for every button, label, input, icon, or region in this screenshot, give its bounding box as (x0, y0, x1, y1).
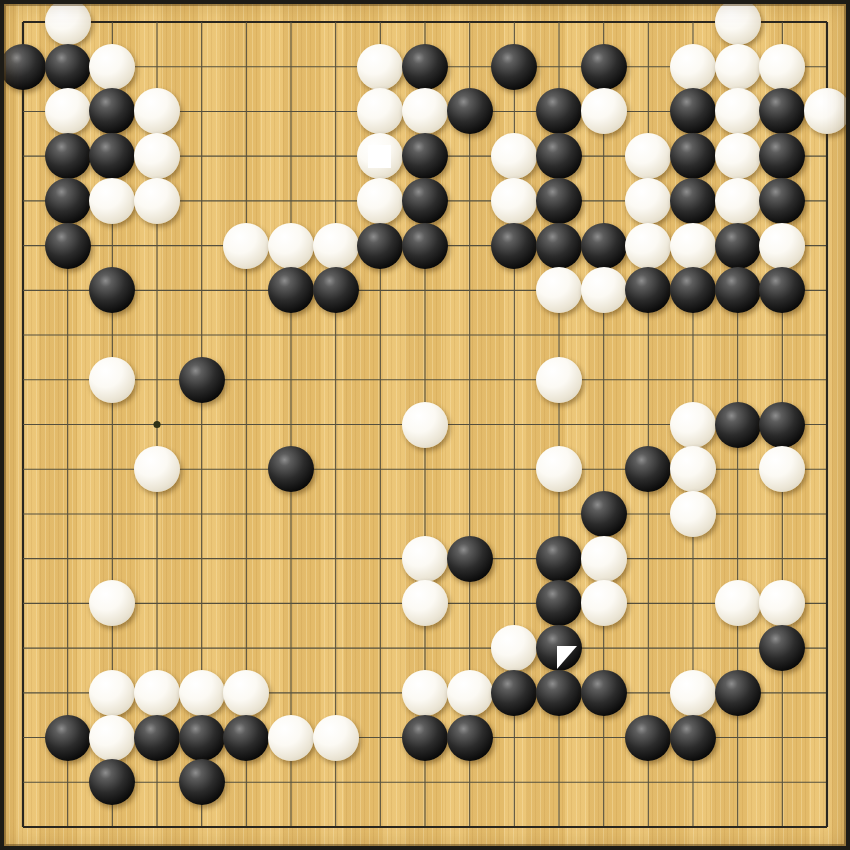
white-stone[interactable] (134, 133, 180, 179)
white-stone[interactable] (45, 88, 91, 134)
white-stone[interactable] (536, 357, 582, 403)
black-stone[interactable] (179, 357, 225, 403)
black-stone[interactable] (402, 133, 448, 179)
black-stone[interactable] (581, 670, 627, 716)
black-stone[interactable] (45, 223, 91, 269)
black-stone[interactable] (715, 670, 761, 716)
black-stone[interactable] (491, 223, 537, 269)
white-stone[interactable] (268, 715, 314, 761)
white-stone[interactable] (759, 44, 805, 90)
black-stone[interactable] (268, 267, 314, 313)
white-stone[interactable] (89, 44, 135, 90)
white-stone[interactable] (670, 670, 716, 716)
black-stone[interactable] (402, 178, 448, 224)
black-stone[interactable] (45, 44, 91, 90)
star-point (153, 421, 160, 428)
black-stone[interactable] (536, 178, 582, 224)
black-stone[interactable] (670, 715, 716, 761)
white-stone[interactable] (134, 670, 180, 716)
white-stone[interactable] (402, 402, 448, 448)
black-stone[interactable] (402, 44, 448, 90)
white-stone[interactable] (223, 223, 269, 269)
white-stone[interactable] (313, 715, 359, 761)
white-stone[interactable] (89, 357, 135, 403)
white-stone[interactable] (313, 223, 359, 269)
black-stone[interactable] (447, 88, 493, 134)
black-stone[interactable] (670, 133, 716, 179)
white-stone[interactable] (581, 88, 627, 134)
black-stone[interactable] (447, 536, 493, 582)
white-stone[interactable] (402, 670, 448, 716)
black-stone[interactable] (536, 670, 582, 716)
black-stone[interactable] (268, 446, 314, 492)
black-stone[interactable] (759, 402, 805, 448)
white-stone[interactable] (715, 0, 761, 45)
black-stone[interactable] (715, 267, 761, 313)
black-stone[interactable] (536, 536, 582, 582)
black-stone[interactable] (313, 267, 359, 313)
black-stone[interactable] (402, 223, 448, 269)
white-stone[interactable] (581, 580, 627, 626)
white-stone[interactable] (89, 178, 135, 224)
white-stone[interactable] (134, 446, 180, 492)
black-stone[interactable] (223, 715, 269, 761)
white-stone[interactable] (670, 402, 716, 448)
white-stone[interactable] (715, 178, 761, 224)
white-stone[interactable] (670, 44, 716, 90)
black-stone[interactable] (536, 133, 582, 179)
white-stone[interactable] (670, 446, 716, 492)
black-stone[interactable] (581, 491, 627, 537)
white-stone[interactable] (491, 178, 537, 224)
white-stone[interactable] (357, 44, 403, 90)
white-stone[interactable] (536, 267, 582, 313)
black-stone[interactable] (759, 178, 805, 224)
white-stone[interactable] (625, 223, 671, 269)
black-stone[interactable] (581, 44, 627, 90)
black-stone[interactable] (0, 44, 46, 90)
black-stone[interactable] (715, 223, 761, 269)
black-stone[interactable] (447, 715, 493, 761)
white-stone[interactable] (179, 670, 225, 716)
white-stone[interactable] (625, 178, 671, 224)
black-stone[interactable] (134, 715, 180, 761)
black-stone[interactable] (357, 223, 403, 269)
white-stone[interactable] (581, 536, 627, 582)
white-stone[interactable] (536, 446, 582, 492)
black-stone[interactable] (402, 715, 448, 761)
white-stone[interactable] (715, 580, 761, 626)
black-stone[interactable] (45, 715, 91, 761)
white-stone[interactable] (447, 670, 493, 716)
white-stone[interactable] (670, 223, 716, 269)
black-stone[interactable] (179, 715, 225, 761)
white-stone[interactable] (759, 223, 805, 269)
black-stone[interactable] (670, 267, 716, 313)
white-stone[interactable] (581, 267, 627, 313)
white-stone[interactable] (715, 44, 761, 90)
black-stone[interactable] (670, 178, 716, 224)
black-stone[interactable] (491, 670, 537, 716)
go-board[interactable] (0, 0, 850, 850)
white-stone[interactable] (134, 178, 180, 224)
white-stone[interactable] (45, 0, 91, 45)
black-stone[interactable] (625, 715, 671, 761)
black-stone[interactable] (45, 133, 91, 179)
black-stone[interactable] (45, 178, 91, 224)
square-marker (368, 145, 391, 168)
white-stone[interactable] (670, 491, 716, 537)
white-stone[interactable] (89, 715, 135, 761)
black-stone[interactable] (581, 223, 627, 269)
white-stone[interactable] (268, 223, 314, 269)
white-stone[interactable] (223, 670, 269, 716)
black-stone[interactable] (536, 223, 582, 269)
white-stone[interactable] (715, 133, 761, 179)
black-stone[interactable] (179, 759, 225, 805)
white-stone[interactable] (89, 670, 135, 716)
black-stone[interactable] (491, 44, 537, 90)
white-stone[interactable] (357, 178, 403, 224)
white-stone[interactable] (715, 88, 761, 134)
white-stone[interactable] (402, 536, 448, 582)
black-stone[interactable] (715, 402, 761, 448)
